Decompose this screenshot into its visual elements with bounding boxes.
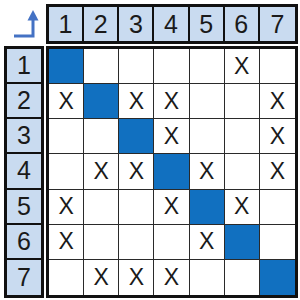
column-header-row: 1234567	[46, 4, 298, 44]
row-header-4: 4	[7, 154, 41, 189]
matrix-cell-r3c7-marked: X	[260, 119, 295, 154]
matrix-grid: XXXXXXXXXXXXXXXXXXX	[46, 46, 298, 298]
col-header-5: 5	[190, 7, 225, 41]
row-header-6: 6	[7, 225, 41, 260]
direction-arrow-icon	[2, 2, 46, 46]
matrix-cell-r6c5-marked: X	[190, 225, 225, 260]
matrix-cell-r7c1-empty	[49, 260, 84, 295]
matrix-cell-r1c6-marked: X	[225, 49, 260, 84]
adjacency-matrix-diagram: 1234567 1234567 XXXXXXXXXXXXXXXXXXX	[0, 0, 300, 300]
matrix-cell-r4c6-empty	[225, 154, 260, 189]
matrix-cell-r2c6-empty	[225, 84, 260, 119]
matrix-cell-r2c4-marked: X	[154, 84, 189, 119]
row-header-column: 1234567	[4, 46, 44, 298]
matrix-cell-r7c4-marked: X	[154, 260, 189, 295]
col-header-3: 3	[119, 7, 154, 41]
matrix-cell-r4c1-empty	[49, 154, 84, 189]
matrix-cell-r1c7-empty	[260, 49, 295, 84]
matrix-cell-r5c4-marked: X	[154, 190, 189, 225]
matrix-cell-r7c7-diagonal	[260, 260, 295, 295]
matrix-cell-r6c4-empty	[154, 225, 189, 260]
matrix-cell-r6c2-empty	[84, 225, 119, 260]
row-header-3: 3	[7, 119, 41, 154]
col-header-7: 7	[260, 7, 295, 41]
matrix-cell-r6c3-empty	[119, 225, 154, 260]
col-header-2: 2	[84, 7, 119, 41]
matrix-cell-r2c7-marked: X	[260, 84, 295, 119]
matrix-cell-r4c4-diagonal	[154, 154, 189, 189]
matrix-cell-r1c1-diagonal	[49, 49, 84, 84]
matrix-cell-r5c2-empty	[84, 190, 119, 225]
matrix-cell-r3c4-marked: X	[154, 119, 189, 154]
matrix-cell-r7c3-marked: X	[119, 260, 154, 295]
col-header-1: 1	[49, 7, 84, 41]
matrix-cell-r2c1-marked: X	[49, 84, 84, 119]
matrix-cell-r7c2-marked: X	[84, 260, 119, 295]
matrix-cell-r5c6-marked: X	[225, 190, 260, 225]
row-header-5: 5	[7, 190, 41, 225]
matrix-cell-r2c2-diagonal	[84, 84, 119, 119]
matrix-cell-r3c3-diagonal	[119, 119, 154, 154]
matrix-cell-r1c2-empty	[84, 49, 119, 84]
matrix-cell-r4c2-marked: X	[84, 154, 119, 189]
matrix-cell-r6c7-empty	[260, 225, 295, 260]
matrix-cell-r4c3-marked: X	[119, 154, 154, 189]
matrix-cell-r5c1-marked: X	[49, 190, 84, 225]
matrix-cell-r7c5-empty	[190, 260, 225, 295]
matrix-cell-r3c5-empty	[190, 119, 225, 154]
matrix-cell-r3c2-empty	[84, 119, 119, 154]
row-header-1: 1	[7, 49, 41, 84]
matrix-cell-r1c3-empty	[119, 49, 154, 84]
matrix-cell-r5c3-empty	[119, 190, 154, 225]
matrix-cell-r1c5-empty	[190, 49, 225, 84]
col-header-4: 4	[154, 7, 189, 41]
matrix-cell-r2c5-empty	[190, 84, 225, 119]
matrix-cell-r4c7-marked: X	[260, 154, 295, 189]
matrix-cell-r7c6-empty	[225, 260, 260, 295]
row-header-7: 7	[7, 260, 41, 295]
matrix-cell-r5c5-diagonal	[190, 190, 225, 225]
matrix-cell-r2c3-marked: X	[119, 84, 154, 119]
matrix-cell-r6c6-diagonal	[225, 225, 260, 260]
matrix-cell-r3c6-empty	[225, 119, 260, 154]
matrix-cell-r1c4-empty	[154, 49, 189, 84]
matrix-cell-r6c1-marked: X	[49, 225, 84, 260]
matrix-cell-r4c5-marked: X	[190, 154, 225, 189]
matrix-cell-r3c1-empty	[49, 119, 84, 154]
row-header-2: 2	[7, 84, 41, 119]
matrix-cell-r5c7-empty	[260, 190, 295, 225]
col-header-6: 6	[225, 7, 260, 41]
